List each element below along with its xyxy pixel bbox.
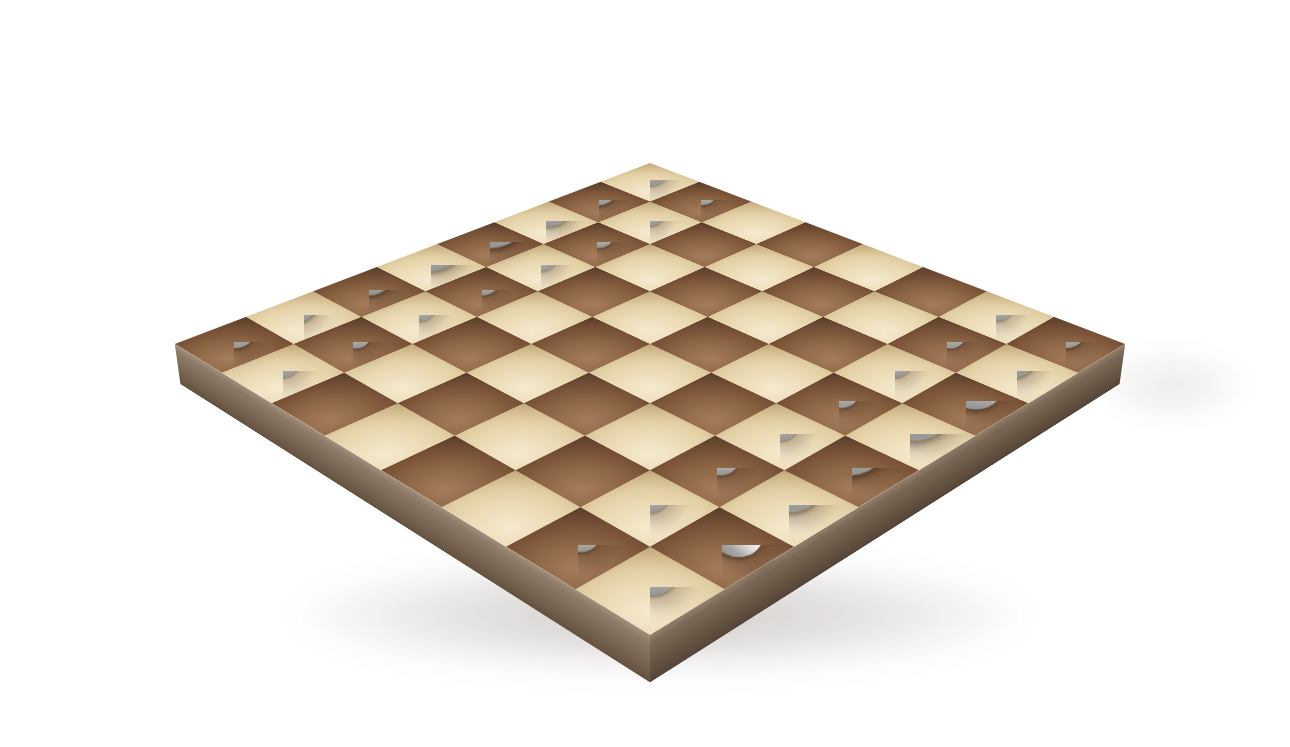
black-rook-figure: ♜ [596, 473, 704, 594]
white-pawn-figure: ♟ [448, 221, 514, 295]
white-pawn-figure: ♟ [565, 178, 628, 248]
rook-glyph: ♜ [597, 471, 711, 588]
product-photo-scene: ♜♞♝♛♚♝♞♜♟♟♟♟♟♟♟♟♟♟♟♟♟♟♟♟♜♞♝♛♚♝♞♜ [0, 0, 1290, 747]
white-pawn-figure: ♟ [385, 245, 453, 321]
pawn-glyph: ♟ [449, 220, 517, 290]
white-pawn-figure: ♟ [247, 296, 319, 377]
white-pawn-figure: ♟ [509, 199, 573, 271]
white-pawn-figure: ♟ [318, 270, 388, 348]
